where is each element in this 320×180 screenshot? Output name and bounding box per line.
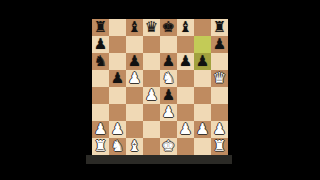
- square-g1[interactable]: [194, 138, 211, 155]
- square-h1[interactable]: ♜: [211, 138, 228, 155]
- white-pawn[interactable]: ♟: [179, 121, 192, 138]
- black-rook[interactable]: ♜: [213, 19, 226, 36]
- square-c7[interactable]: [126, 36, 143, 53]
- square-b2[interactable]: ♟: [109, 121, 126, 138]
- black-pawn[interactable]: ♟: [213, 36, 226, 53]
- black-king[interactable]: ♚: [162, 19, 175, 36]
- square-c1[interactable]: ♝: [126, 138, 143, 155]
- black-pawn[interactable]: ♟: [128, 53, 141, 70]
- black-bishop[interactable]: ♝: [128, 19, 141, 36]
- square-g7[interactable]: [194, 36, 211, 53]
- square-b6[interactable]: [109, 53, 126, 70]
- square-e6[interactable]: ♟: [160, 53, 177, 70]
- square-f5[interactable]: [177, 70, 194, 87]
- white-pawn[interactable]: ♟: [128, 70, 141, 87]
- white-pawn[interactable]: ♟: [111, 121, 124, 138]
- square-e5[interactable]: ♞: [160, 70, 177, 87]
- square-h3[interactable]: [211, 104, 228, 121]
- square-b8[interactable]: [109, 19, 126, 36]
- white-knight[interactable]: ♞: [162, 70, 175, 87]
- square-a3[interactable]: [92, 104, 109, 121]
- white-rook[interactable]: ♜: [213, 138, 226, 155]
- black-knight[interactable]: ♞: [94, 53, 107, 70]
- black-pawn[interactable]: ♟: [94, 36, 107, 53]
- black-pawn[interactable]: ♟: [179, 53, 192, 70]
- square-c5[interactable]: ♟: [126, 70, 143, 87]
- square-g2[interactable]: ♟: [194, 121, 211, 138]
- square-a2[interactable]: ♟: [92, 121, 109, 138]
- square-h4[interactable]: [211, 87, 228, 104]
- square-h7[interactable]: ♟: [211, 36, 228, 53]
- white-bishop[interactable]: ♝: [128, 138, 141, 155]
- video-bottom-bar: [86, 155, 232, 164]
- square-d7[interactable]: [143, 36, 160, 53]
- square-g8[interactable]: [194, 19, 211, 36]
- black-rook[interactable]: ♜: [94, 19, 107, 36]
- square-e2[interactable]: [160, 121, 177, 138]
- square-e1[interactable]: ♚: [160, 138, 177, 155]
- video-frame: ♜♝♛♚♝♜♟♟♞♟♟♟♟♟♟♞♛♟♟♟♟♟♟♟♟♜♞♝♚♜: [0, 0, 320, 180]
- white-queen[interactable]: ♛: [213, 70, 226, 87]
- square-e4[interactable]: ♟: [160, 87, 177, 104]
- black-pawn[interactable]: ♟: [162, 87, 175, 104]
- black-bishop[interactable]: ♝: [179, 19, 192, 36]
- black-pawn[interactable]: ♟: [196, 53, 209, 70]
- white-pawn[interactable]: ♟: [213, 121, 226, 138]
- square-f7[interactable]: [177, 36, 194, 53]
- square-b3[interactable]: [109, 104, 126, 121]
- square-g4[interactable]: [194, 87, 211, 104]
- square-e3[interactable]: ♟: [160, 104, 177, 121]
- square-a8[interactable]: ♜: [92, 19, 109, 36]
- square-e8[interactable]: ♚: [160, 19, 177, 36]
- square-e7[interactable]: [160, 36, 177, 53]
- white-pawn[interactable]: ♟: [196, 121, 209, 138]
- square-f1[interactable]: [177, 138, 194, 155]
- square-f4[interactable]: [177, 87, 194, 104]
- square-c6[interactable]: ♟: [126, 53, 143, 70]
- square-h2[interactable]: ♟: [211, 121, 228, 138]
- square-a7[interactable]: ♟: [92, 36, 109, 53]
- square-c4[interactable]: [126, 87, 143, 104]
- black-pawn[interactable]: ♟: [111, 70, 124, 87]
- square-g3[interactable]: [194, 104, 211, 121]
- square-h5[interactable]: ♛: [211, 70, 228, 87]
- square-c8[interactable]: ♝: [126, 19, 143, 36]
- white-king[interactable]: ♚: [162, 138, 175, 155]
- square-c2[interactable]: [126, 121, 143, 138]
- square-a4[interactable]: [92, 87, 109, 104]
- square-c3[interactable]: [126, 104, 143, 121]
- white-knight[interactable]: ♞: [111, 138, 124, 155]
- square-d5[interactable]: [143, 70, 160, 87]
- white-pawn[interactable]: ♟: [162, 104, 175, 121]
- square-f2[interactable]: ♟: [177, 121, 194, 138]
- square-d3[interactable]: [143, 104, 160, 121]
- square-h6[interactable]: [211, 53, 228, 70]
- chess-board[interactable]: ♜♝♛♚♝♜♟♟♞♟♟♟♟♟♟♞♛♟♟♟♟♟♟♟♟♜♞♝♚♜: [92, 19, 228, 155]
- square-h8[interactable]: ♜: [211, 19, 228, 36]
- square-d4[interactable]: ♟: [143, 87, 160, 104]
- square-a6[interactable]: ♞: [92, 53, 109, 70]
- square-d6[interactable]: [143, 53, 160, 70]
- square-b1[interactable]: ♞: [109, 138, 126, 155]
- square-g6[interactable]: ♟: [194, 53, 211, 70]
- square-d2[interactable]: [143, 121, 160, 138]
- square-a5[interactable]: [92, 70, 109, 87]
- square-f6[interactable]: ♟: [177, 53, 194, 70]
- white-rook[interactable]: ♜: [94, 138, 107, 155]
- black-queen[interactable]: ♛: [145, 19, 158, 36]
- square-b7[interactable]: [109, 36, 126, 53]
- square-d1[interactable]: [143, 138, 160, 155]
- square-a1[interactable]: ♜: [92, 138, 109, 155]
- square-d8[interactable]: ♛: [143, 19, 160, 36]
- square-b5[interactable]: ♟: [109, 70, 126, 87]
- white-pawn[interactable]: ♟: [94, 121, 107, 138]
- square-b4[interactable]: [109, 87, 126, 104]
- square-f3[interactable]: [177, 104, 194, 121]
- black-pawn[interactable]: ♟: [162, 53, 175, 70]
- square-g5[interactable]: [194, 70, 211, 87]
- square-f8[interactable]: ♝: [177, 19, 194, 36]
- white-pawn[interactable]: ♟: [145, 87, 158, 104]
